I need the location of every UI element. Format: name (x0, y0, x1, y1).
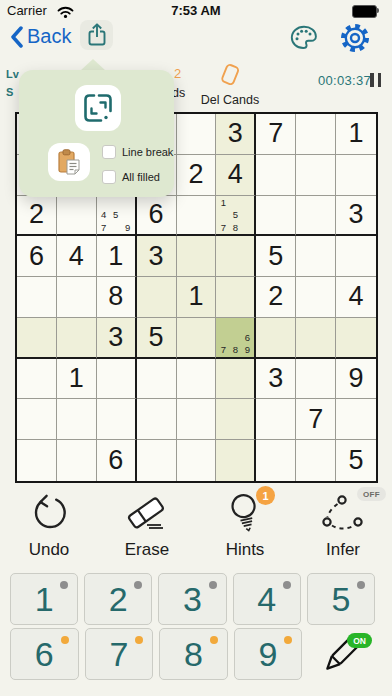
cell-r3c7[interactable] (256, 196, 296, 237)
num-key-9[interactable]: 9 (234, 628, 303, 680)
cell-r4c7[interactable]: 5 (256, 236, 296, 277)
cell-r5c9[interactable]: 4 (336, 277, 376, 318)
all-filled-checkbox[interactable] (102, 170, 116, 184)
cell-r6c1[interactable] (17, 318, 57, 359)
hints-count-badge: 1 (256, 486, 275, 505)
sudoku-app-screen: Carrier 7:53 AM Back Lv S 2 ds (0, 0, 392, 696)
erase-label: Erase (125, 540, 169, 560)
num-key-4[interactable]: 4 (233, 573, 301, 625)
cell-r1c5[interactable] (177, 114, 217, 155)
cell-r2c8[interactable] (296, 155, 336, 196)
cell-r1c9[interactable]: 1 (336, 114, 376, 155)
hints-button[interactable]: 1 Hints (196, 490, 294, 560)
cell-r8c5[interactable] (177, 399, 217, 440)
cell-r6c6[interactable]: 6789 (216, 318, 256, 359)
share-popover: Line break All filled (19, 70, 174, 197)
pause-button[interactable] (370, 73, 381, 87)
line-break-checkbox[interactable] (102, 145, 116, 159)
count-dot (209, 581, 217, 589)
cell-r8c3[interactable] (97, 399, 137, 440)
all-filled-label: All filled (122, 170, 160, 184)
undo-icon (28, 492, 70, 534)
cell-r9c7[interactable] (256, 440, 296, 481)
settings-gear-button[interactable] (339, 22, 371, 54)
cell-r7c2[interactable]: 1 (57, 359, 97, 400)
cell-r5c1[interactable] (17, 277, 57, 318)
count-dot (210, 636, 218, 644)
pencil-on-badge: ON (347, 633, 372, 648)
cell-r8c4[interactable] (137, 399, 177, 440)
cell-r6c4[interactable]: 5 (137, 318, 177, 359)
cell-r3c1[interactable]: 2 (17, 196, 57, 237)
clipboard-icon (55, 148, 83, 176)
cell-r1c6[interactable]: 3 (216, 114, 256, 155)
cell-r9c2[interactable] (57, 440, 97, 481)
chevron-left-icon (10, 26, 24, 48)
del-cands-label: Del Cands (200, 93, 260, 107)
num-key-5[interactable]: 5 (307, 573, 375, 625)
cell-r3c2[interactable] (57, 196, 97, 237)
undo-label: Undo (29, 540, 70, 560)
num-key-8[interactable]: 8 (159, 628, 228, 680)
cell-r3c9[interactable]: 3 (336, 196, 376, 237)
cell-r1c8[interactable] (296, 114, 336, 155)
candidates-r3c6: 1578 (217, 197, 253, 234)
count-dot (284, 636, 292, 644)
cell-r8c1[interactable] (17, 399, 57, 440)
infer-label: Infer (326, 540, 360, 560)
num-key-7[interactable]: 7 (85, 628, 154, 680)
undo-button[interactable]: Undo (0, 490, 98, 560)
cell-r7c8[interactable] (296, 359, 336, 400)
cell-r6c3[interactable]: 3 (97, 318, 137, 359)
palette-button[interactable] (290, 25, 318, 50)
cell-r4c4[interactable]: 3 (137, 236, 177, 277)
cell-r6c9[interactable] (336, 318, 376, 359)
cell-r4c8[interactable] (296, 236, 336, 277)
cell-r5c2[interactable] (57, 277, 97, 318)
del-cands-button[interactable]: Del Cands (200, 62, 260, 107)
cell-r2c5[interactable]: 2 (177, 155, 217, 196)
cell-r8c2[interactable] (57, 399, 97, 440)
cell-r4c5[interactable] (177, 236, 217, 277)
cell-r7c7[interactable]: 3 (256, 359, 296, 400)
count-dot (357, 581, 365, 589)
cell-r8c6[interactable] (216, 399, 256, 440)
cell-r5c6[interactable] (216, 277, 256, 318)
line-break-label: Line break (122, 145, 173, 159)
cell-r3c8[interactable] (296, 196, 336, 237)
cell-r8c8[interactable]: 7 (296, 399, 336, 440)
cell-r5c5[interactable]: 1 (177, 277, 217, 318)
cell-r9c3[interactable]: 6 (97, 440, 137, 481)
cell-r2c7[interactable] (256, 155, 296, 196)
set-cands-count: 2 (174, 66, 181, 81)
cell-r5c8[interactable] (296, 277, 336, 318)
count-dot (61, 636, 69, 644)
numpad-row-2: 6 7 8 9 ON (10, 628, 375, 680)
cell-r9c8[interactable] (296, 440, 336, 481)
num-key-1[interactable]: 1 (10, 573, 78, 625)
back-label: Back (27, 25, 71, 48)
num-key-3[interactable]: 3 (158, 573, 226, 625)
infer-state-badge: OFF (357, 487, 386, 501)
cell-r2c6[interactable]: 4 (216, 155, 256, 196)
erase-button[interactable]: Erase (98, 490, 196, 560)
cell-r5c7[interactable]: 2 (256, 277, 296, 318)
cell-r3c6[interactable]: 1578 (216, 196, 256, 237)
cell-r9c4[interactable] (137, 440, 177, 481)
cell-r7c9[interactable]: 9 (336, 359, 376, 400)
cell-r4c3[interactable]: 1 (97, 236, 137, 277)
cell-r1c7[interactable]: 7 (256, 114, 296, 155)
cell-r7c1[interactable] (17, 359, 57, 400)
share-icon (86, 22, 108, 48)
back-button[interactable]: Back (10, 25, 71, 48)
count-dot (283, 581, 291, 589)
score-label-fragment: S (6, 86, 13, 98)
cell-r3c4[interactable]: 6 (137, 196, 177, 237)
cell-r8c9[interactable] (336, 399, 376, 440)
del-cands-icon (217, 62, 243, 88)
infer-button[interactable]: OFF Infer (294, 490, 392, 560)
capture-board-button[interactable] (75, 85, 121, 131)
cell-r8c7[interactable] (256, 399, 296, 440)
count-dot (135, 636, 143, 644)
cell-r5c4[interactable] (137, 277, 177, 318)
cell-r3c3[interactable]: 4579 (97, 196, 137, 237)
cell-r2c9[interactable] (336, 155, 376, 196)
cell-r7c6[interactable] (216, 359, 256, 400)
clock: 7:53 AM (0, 3, 392, 18)
count-dot (134, 581, 142, 589)
share-button[interactable] (80, 20, 113, 50)
candidates-r3c3: 4579 (98, 197, 134, 234)
cell-r6c8[interactable] (296, 318, 336, 359)
cell-r9c1[interactable] (17, 440, 57, 481)
cell-r7c3[interactable] (97, 359, 137, 400)
copy-to-clipboard-button[interactable] (48, 143, 90, 181)
cell-r4c2[interactable]: 4 (57, 236, 97, 277)
cell-r4c1[interactable]: 6 (17, 236, 57, 277)
level-label-fragment: Lv (6, 68, 19, 80)
cell-r4c9[interactable] (336, 236, 376, 277)
hints-label: Hints (226, 540, 265, 560)
num-key-6[interactable]: 6 (10, 628, 79, 680)
battery-icon (352, 5, 377, 18)
num-key-2[interactable]: 2 (84, 573, 152, 625)
cell-r6c2[interactable] (57, 318, 97, 359)
cell-r7c4[interactable] (137, 359, 177, 400)
cell-r6c7[interactable] (256, 318, 296, 359)
candidates-r6c6: 6789 (217, 319, 253, 356)
eraser-icon (123, 492, 171, 534)
pencil-mode-button[interactable]: ON (308, 628, 375, 680)
cell-r7c5[interactable] (177, 359, 217, 400)
cell-r4c6[interactable] (216, 236, 256, 277)
cell-r9c5[interactable] (177, 440, 217, 481)
cell-r9c9[interactable]: 5 (336, 440, 376, 481)
cell-r3c5[interactable] (177, 196, 217, 237)
game-timer: 00:03:37 (318, 73, 371, 88)
numpad-row-1: 1 2 3 4 5 (10, 573, 375, 625)
cell-r5c3[interactable]: 8 (97, 277, 137, 318)
capture-icon (81, 91, 115, 125)
count-dot (60, 581, 68, 589)
cell-r9c6[interactable] (216, 440, 256, 481)
cell-r6c5[interactable] (177, 318, 217, 359)
action-bar: Undo Erase (0, 490, 392, 560)
